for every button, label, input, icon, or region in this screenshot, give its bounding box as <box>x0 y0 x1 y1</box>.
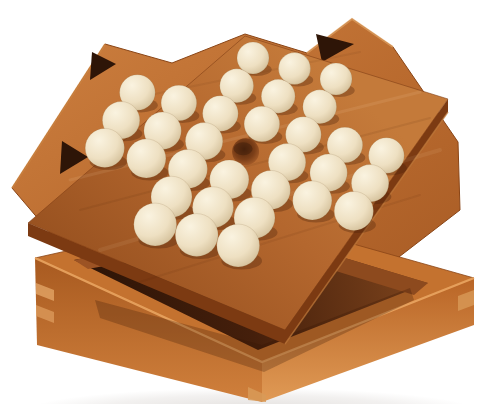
marble-d7[interactable] <box>175 214 218 257</box>
marble-e1[interactable] <box>320 63 352 95</box>
marble-d3[interactable] <box>244 106 280 142</box>
marble-c7[interactable] <box>134 203 177 246</box>
product-photo-scene <box>0 0 500 404</box>
solitaire-scene-svg <box>0 0 500 404</box>
marble-c1[interactable] <box>237 42 269 74</box>
marble-g5[interactable] <box>334 191 373 230</box>
marble-a5[interactable] <box>85 128 124 167</box>
marble-d1[interactable] <box>279 53 311 85</box>
marble-b5[interactable] <box>127 139 166 178</box>
marble-f5[interactable] <box>293 181 332 220</box>
empty-hole-inner-shadow <box>234 142 253 155</box>
marble-e7[interactable] <box>217 224 260 267</box>
